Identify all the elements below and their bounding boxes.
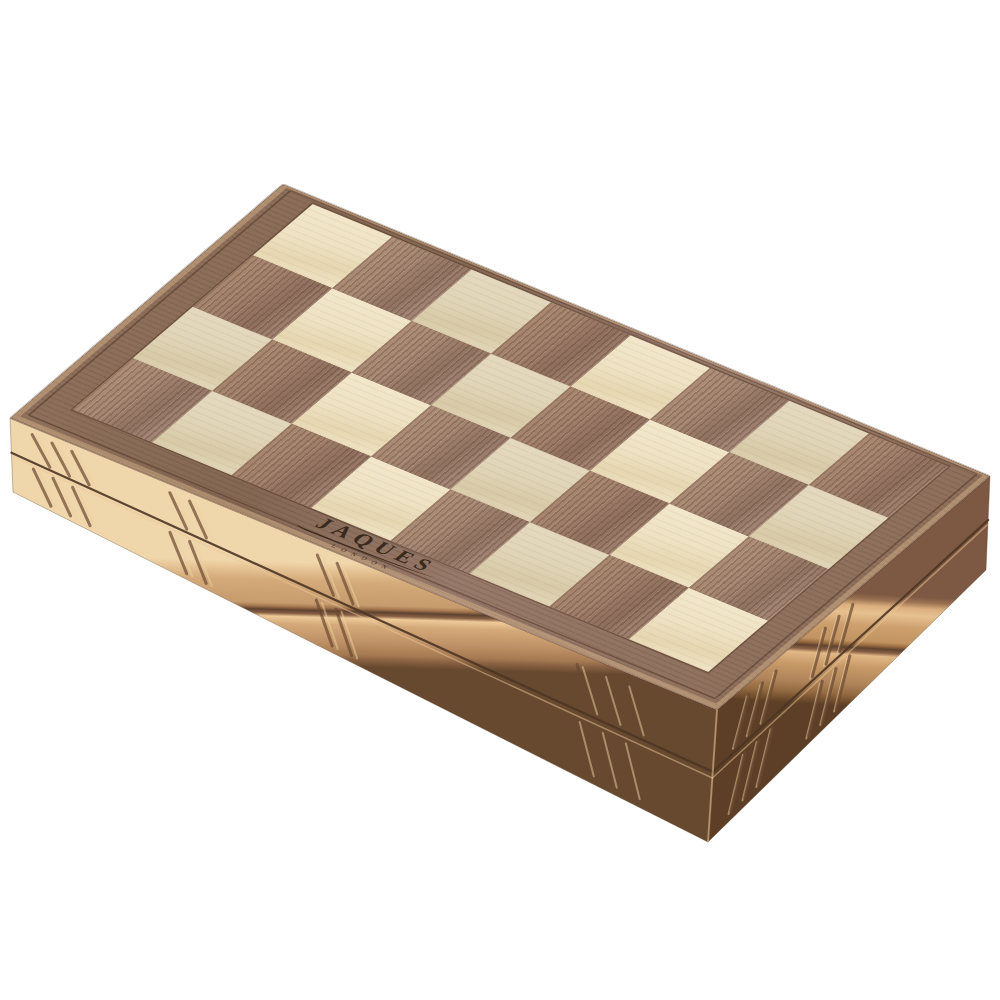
product-photo-scene: JAQUES LONDON bbox=[0, 0, 1000, 1000]
